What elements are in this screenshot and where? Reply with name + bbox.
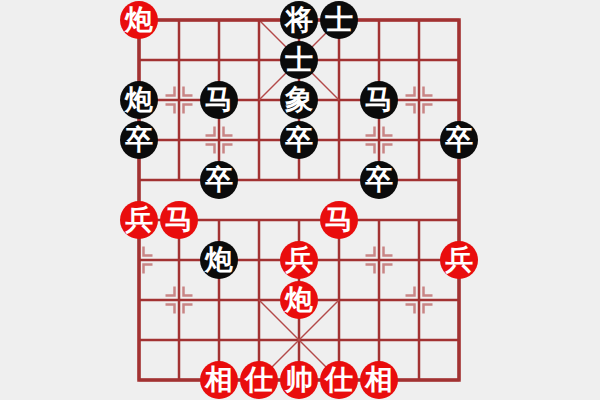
piece-black-horse-g8[interactable]: 马 [360,81,398,119]
piece-red-horse-b5[interactable]: 马 [160,201,198,239]
piece-black-soldier-i7[interactable]: 卒 [440,121,478,159]
piece-red-elephant-g1[interactable]: 相 [360,361,398,399]
xiangqi-board[interactable]: 炮将士士炮马象马卒卒卒卒卒兵马马炮兵兵炮相仕帅仕相 [0,0,600,400]
piece-black-cannon-a8[interactable]: 炮 [120,81,158,119]
piece-red-advisor-d1[interactable]: 仕 [240,361,278,399]
piece-black-elephant-e8[interactable]: 象 [280,81,318,119]
xiangqi-screenshot: 炮将士士炮马象马卒卒卒卒卒兵马马炮兵兵炮相仕帅仕相 [0,0,600,400]
piece-red-soldier-i4[interactable]: 兵 [440,241,478,279]
piece-black-soldier-g6[interactable]: 卒 [360,161,398,199]
piece-black-advisor-e9[interactable]: 士 [280,41,318,79]
piece-red-cannon-a10[interactable]: 炮 [120,1,158,39]
piece-red-general-e1[interactable]: 帅 [280,361,318,399]
piece-red-cannon-e3[interactable]: 炮 [280,281,318,319]
piece-black-soldier-a7[interactable]: 卒 [120,121,158,159]
piece-black-soldier-e7[interactable]: 卒 [280,121,318,159]
piece-black-advisor-f10[interactable]: 士 [320,1,358,39]
piece-red-horse-f5[interactable]: 马 [320,201,358,239]
piece-black-horse-c8[interactable]: 马 [200,81,238,119]
piece-red-soldier-e4[interactable]: 兵 [280,241,318,279]
piece-black-cannon-c4[interactable]: 炮 [200,241,238,279]
piece-red-advisor-f1[interactable]: 仕 [320,361,358,399]
piece-red-elephant-c1[interactable]: 相 [200,361,238,399]
piece-red-soldier-a5[interactable]: 兵 [120,201,158,239]
piece-black-general-e10[interactable]: 将 [280,1,318,39]
piece-black-soldier-c6[interactable]: 卒 [200,161,238,199]
